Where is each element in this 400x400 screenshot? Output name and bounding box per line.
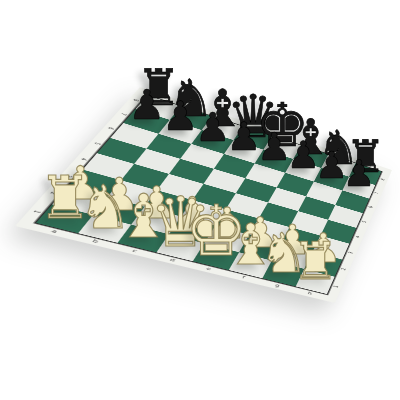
rank-label-left-2: 2 <box>48 191 58 195</box>
file-label-top-d: d <box>256 127 261 131</box>
board-shadow-wrap: aa11bb22cc33dd44ee55ff66gg77hh88 <box>0 0 400 400</box>
rank-label-right-5: 5 <box>361 220 367 223</box>
rank-label-left-6: 6 <box>107 126 115 130</box>
file-label-bottom-c: c <box>131 249 138 254</box>
rank-label-right-8: 8 <box>380 178 386 181</box>
chess-board: aa11bb22cc33dd44ee55ff66gg77hh88 <box>15 87 392 303</box>
rank-label-left-8: 8 <box>132 98 140 102</box>
rank-label-left-4: 4 <box>79 157 88 161</box>
file-label-bottom-h: h <box>307 291 312 295</box>
file-label-top-h: h <box>367 163 371 166</box>
file-label-bottom-e: e <box>206 267 212 272</box>
file-label-top-g: g <box>341 155 345 158</box>
file-label-bottom-a: a <box>50 229 58 234</box>
file-label-top-c: c <box>226 117 231 121</box>
rank-label-left-5: 5 <box>93 142 102 146</box>
file-label-bottom-d: d <box>169 258 176 263</box>
file-label-top-f: f <box>314 146 317 149</box>
file-label-top-b: b <box>195 107 201 111</box>
rank-label-right-4: 4 <box>355 235 361 238</box>
chess-set-product-photo[interactable]: aa11bb22cc33dd44ee55ff66gg77hh88 ♜♞♝♛♚♝♞… <box>0 0 400 400</box>
rank-label-left-1: 1 <box>32 209 42 213</box>
rank-label-right-3: 3 <box>348 251 354 254</box>
rank-label-right-1: 1 <box>333 285 340 289</box>
rank-label-left-3: 3 <box>64 174 73 178</box>
file-label-top-a: a <box>163 97 169 101</box>
board-squares-grid <box>36 95 381 294</box>
rank-label-right-7: 7 <box>374 192 380 195</box>
file-label-bottom-b: b <box>91 239 99 244</box>
file-label-bottom-g: g <box>274 283 280 287</box>
rank-label-right-2: 2 <box>340 268 346 271</box>
file-label-top-e: e <box>285 137 290 141</box>
file-label-bottom-f: f <box>242 275 246 279</box>
rank-label-right-6: 6 <box>368 206 374 209</box>
rank-label-left-7: 7 <box>120 112 128 116</box>
